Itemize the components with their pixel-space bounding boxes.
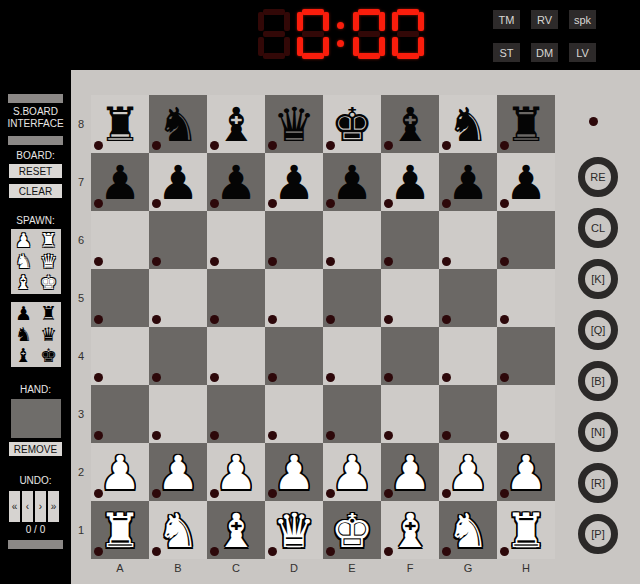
- clock-button-tm[interactable]: TM: [493, 10, 520, 29]
- square-sensor-led: [326, 373, 335, 382]
- square-g3[interactable]: [439, 385, 497, 443]
- square-a8[interactable]: ♜: [91, 95, 149, 153]
- sidebar-title-line1: S.BOARD: [0, 106, 71, 117]
- square-e8[interactable]: ♚: [323, 95, 381, 153]
- spawn-white-tray: ♟♜♞♛♝♚: [11, 229, 61, 294]
- side-button-re[interactable]: RE: [578, 157, 618, 197]
- file-label-a: A: [91, 561, 149, 576]
- divider-bar: [8, 136, 63, 145]
- clock-digit: [297, 9, 329, 59]
- square-e3[interactable]: [323, 385, 381, 443]
- square-a6[interactable]: [91, 211, 149, 269]
- square-sensor-led: [94, 141, 103, 150]
- side-button-b[interactable]: [B]: [578, 361, 618, 401]
- clock-button-spk[interactable]: spk: [569, 10, 596, 29]
- clock-colon: [336, 9, 346, 59]
- square-h8[interactable]: ♜: [497, 95, 555, 153]
- square-sensor-led: [500, 431, 509, 440]
- square-sensor-led: [442, 431, 451, 440]
- spawn-black-knight[interactable]: ♞: [11, 324, 36, 345]
- square-g1[interactable]: ♞: [439, 501, 497, 559]
- square-sensor-led: [94, 489, 103, 498]
- square-h5[interactable]: [497, 269, 555, 327]
- square-g5[interactable]: [439, 269, 497, 327]
- square-sensor-led: [268, 431, 277, 440]
- square-f4[interactable]: [381, 327, 439, 385]
- clock-digit: [353, 9, 385, 59]
- square-d4[interactable]: [265, 327, 323, 385]
- square-sensor-led: [152, 373, 161, 382]
- side-button-n[interactable]: [N]: [578, 412, 618, 452]
- board-section-label: BOARD:: [0, 150, 71, 161]
- spawn-black-tray: ♟♜♞♛♝♚: [11, 302, 61, 367]
- square-sensor-led: [268, 141, 277, 150]
- side-button-k[interactable]: [K]: [578, 259, 618, 299]
- square-f5[interactable]: [381, 269, 439, 327]
- rank-label-6: 6: [74, 211, 88, 269]
- spawn-white-bishop[interactable]: ♝: [11, 272, 36, 293]
- square-sensor-led: [500, 141, 509, 150]
- square-e6[interactable]: [323, 211, 381, 269]
- square-d2[interactable]: ♟: [265, 443, 323, 501]
- square-b3[interactable]: [149, 385, 207, 443]
- file-label-f: F: [381, 561, 439, 576]
- square-sensor-led: [384, 199, 393, 208]
- square-sensor-led: [384, 257, 393, 266]
- spawn-white-queen[interactable]: ♛: [36, 251, 61, 272]
- square-g2[interactable]: ♟: [439, 443, 497, 501]
- square-h1[interactable]: ♜: [497, 501, 555, 559]
- side-button-r[interactable]: [R]: [578, 463, 618, 503]
- square-a2[interactable]: ♟: [91, 443, 149, 501]
- rank-label-2: 2: [74, 443, 88, 501]
- square-g6[interactable]: [439, 211, 497, 269]
- square-sensor-led: [384, 373, 393, 382]
- square-sensor-led: [94, 315, 103, 324]
- square-sensor-led: [500, 373, 509, 382]
- square-e1[interactable]: ♚: [323, 501, 381, 559]
- square-sensor-led: [152, 199, 161, 208]
- square-sensor-led: [326, 199, 335, 208]
- square-sensor-led: [268, 373, 277, 382]
- square-h2[interactable]: ♟: [497, 443, 555, 501]
- file-label-h: H: [497, 561, 555, 576]
- square-sensor-led: [442, 547, 451, 556]
- undo-section-label: UNDO:: [0, 475, 71, 486]
- clock-button-rv[interactable]: RV: [531, 10, 558, 29]
- square-a4[interactable]: [91, 327, 149, 385]
- square-b5[interactable]: [149, 269, 207, 327]
- undo-controls: «‹›»: [9, 491, 59, 522]
- square-sensor-led: [442, 489, 451, 498]
- square-b7[interactable]: ♟: [149, 153, 207, 211]
- square-f7[interactable]: ♟: [381, 153, 439, 211]
- square-sensor-led: [210, 431, 219, 440]
- square-c3[interactable]: [207, 385, 265, 443]
- undo-back-button[interactable]: ‹: [22, 491, 33, 522]
- chess-board: ♜♞♝♛♚♝♞♜♟♟♟♟♟♟♟♟♟♟♟♟♟♟♟♟♜♞♝♛♚♝♞♜: [91, 95, 555, 559]
- square-sensor-led: [268, 315, 277, 324]
- square-d1[interactable]: ♛: [265, 501, 323, 559]
- square-sensor-led: [94, 431, 103, 440]
- square-sensor-led: [268, 199, 277, 208]
- square-f6[interactable]: [381, 211, 439, 269]
- square-sensor-led: [210, 547, 219, 556]
- square-f1[interactable]: ♝: [381, 501, 439, 559]
- square-sensor-led: [326, 315, 335, 324]
- square-sensor-led: [384, 547, 393, 556]
- sidebar-title-line2: INTERFACE: [0, 118, 71, 129]
- file-label-e: E: [323, 561, 381, 576]
- square-sensor-led: [384, 315, 393, 324]
- square-d5[interactable]: [265, 269, 323, 327]
- file-label-c: C: [207, 561, 265, 576]
- square-c7[interactable]: ♟: [207, 153, 265, 211]
- clock-buttons-row1: TMRVspk: [493, 10, 596, 29]
- square-sensor-led: [210, 489, 219, 498]
- rank-label-1: 1: [74, 501, 88, 559]
- square-sensor-led: [326, 489, 335, 498]
- square-sensor-led: [152, 257, 161, 266]
- square-b4[interactable]: [149, 327, 207, 385]
- square-sensor-led: [94, 373, 103, 382]
- square-d7[interactable]: ♟: [265, 153, 323, 211]
- file-label-g: G: [439, 561, 497, 576]
- rank-label-3: 3: [74, 385, 88, 443]
- square-sensor-led: [384, 141, 393, 150]
- clock-button-lv[interactable]: LV: [569, 43, 596, 62]
- square-b1[interactable]: ♞: [149, 501, 207, 559]
- square-e7[interactable]: ♟: [323, 153, 381, 211]
- square-sensor-led: [210, 141, 219, 150]
- square-sensor-led: [326, 257, 335, 266]
- game-clock-display: [258, 9, 424, 59]
- divider-bar: [8, 540, 63, 549]
- clock-buttons-row2: STDMLV: [493, 43, 596, 62]
- square-a3[interactable]: [91, 385, 149, 443]
- clock-button-st[interactable]: ST: [493, 43, 520, 62]
- undo-first-button[interactable]: «: [9, 491, 20, 522]
- square-c8[interactable]: ♝: [207, 95, 265, 153]
- file-label-d: D: [265, 561, 323, 576]
- square-sensor-led: [442, 257, 451, 266]
- spawn-black-queen[interactable]: ♛: [36, 324, 61, 345]
- square-a1[interactable]: ♜: [91, 501, 149, 559]
- square-e4[interactable]: [323, 327, 381, 385]
- rank-label-5: 5: [74, 269, 88, 327]
- spawn-section-label: SPAWN:: [0, 215, 71, 226]
- remove-button[interactable]: REMOVE: [9, 442, 62, 456]
- square-h6[interactable]: [497, 211, 555, 269]
- square-e2[interactable]: ♟: [323, 443, 381, 501]
- square-sensor-led: [152, 315, 161, 324]
- side-button-q[interactable]: [Q]: [578, 310, 618, 350]
- rank-label-4: 4: [74, 327, 88, 385]
- square-a7[interactable]: ♟: [91, 153, 149, 211]
- square-g4[interactable]: [439, 327, 497, 385]
- sidebar: S.BOARD INTERFACE BOARD: RESET CLEAR SPA…: [0, 70, 71, 584]
- undo-last-button[interactable]: »: [48, 491, 59, 522]
- square-c6[interactable]: [207, 211, 265, 269]
- square-sensor-led: [94, 257, 103, 266]
- clear-button[interactable]: CLEAR: [9, 184, 62, 198]
- square-sensor-led: [326, 547, 335, 556]
- square-sensor-led: [442, 199, 451, 208]
- square-sensor-led: [268, 257, 277, 266]
- square-d8[interactable]: ♛: [265, 95, 323, 153]
- square-sensor-led: [210, 315, 219, 324]
- hand-section-label: HAND:: [0, 384, 71, 395]
- clock-digit-ghost: [258, 9, 290, 59]
- square-sensor-led: [500, 547, 509, 556]
- square-sensor-led: [326, 431, 335, 440]
- status-led: [589, 117, 598, 126]
- square-c1[interactable]: ♝: [207, 501, 265, 559]
- square-b6[interactable]: [149, 211, 207, 269]
- square-sensor-led: [442, 315, 451, 324]
- undo-forward-button[interactable]: ›: [35, 491, 46, 522]
- square-sensor-led: [94, 199, 103, 208]
- square-sensor-led: [268, 489, 277, 498]
- square-e5[interactable]: [323, 269, 381, 327]
- square-h4[interactable]: [497, 327, 555, 385]
- square-f8[interactable]: ♝: [381, 95, 439, 153]
- hand-display-box: [11, 399, 61, 438]
- square-sensor-led: [500, 257, 509, 266]
- side-button-p[interactable]: [P]: [578, 514, 618, 554]
- spawn-white-king[interactable]: ♚: [36, 272, 61, 293]
- square-sensor-led: [210, 199, 219, 208]
- divider-bar: [8, 94, 63, 103]
- square-sensor-led: [268, 547, 277, 556]
- square-h3[interactable]: [497, 385, 555, 443]
- app-window: TMRVspk STDMLV S.BOARD INTERFACE BOARD: …: [0, 0, 640, 584]
- spawn-white-pawn[interactable]: ♟: [11, 230, 36, 251]
- square-sensor-led: [152, 431, 161, 440]
- square-sensor-led: [94, 547, 103, 556]
- square-c2[interactable]: ♟: [207, 443, 265, 501]
- spawn-black-pawn[interactable]: ♟: [11, 303, 36, 324]
- square-b8[interactable]: ♞: [149, 95, 207, 153]
- undo-counter: 0 / 0: [0, 524, 71, 535]
- square-c4[interactable]: [207, 327, 265, 385]
- square-g8[interactable]: ♞: [439, 95, 497, 153]
- rank-label-7: 7: [74, 153, 88, 211]
- square-sensor-led: [152, 141, 161, 150]
- square-sensor-led: [500, 199, 509, 208]
- square-sensor-led: [442, 373, 451, 382]
- rank-label-8: 8: [74, 95, 88, 153]
- file-label-b: B: [149, 561, 207, 576]
- square-f3[interactable]: [381, 385, 439, 443]
- square-c5[interactable]: [207, 269, 265, 327]
- square-g7[interactable]: ♟: [439, 153, 497, 211]
- spawn-black-bishop[interactable]: ♝: [11, 345, 36, 366]
- square-b2[interactable]: ♟: [149, 443, 207, 501]
- square-sensor-led: [442, 141, 451, 150]
- square-sensor-led: [500, 315, 509, 324]
- spawn-white-rook[interactable]: ♜: [36, 230, 61, 251]
- square-d6[interactable]: [265, 211, 323, 269]
- square-d3[interactable]: [265, 385, 323, 443]
- square-h7[interactable]: ♟: [497, 153, 555, 211]
- square-sensor-led: [384, 489, 393, 498]
- spawn-white-knight[interactable]: ♞: [11, 251, 36, 272]
- square-sensor-led: [326, 141, 335, 150]
- square-sensor-led: [500, 489, 509, 498]
- side-button-cl[interactable]: CL: [578, 208, 618, 248]
- square-sensor-led: [152, 489, 161, 498]
- spawn-black-rook[interactable]: ♜: [36, 303, 61, 324]
- spawn-black-king[interactable]: ♚: [36, 345, 61, 366]
- clock-digit: [392, 9, 424, 59]
- reset-button[interactable]: RESET: [9, 164, 62, 178]
- clock-button-dm[interactable]: DM: [531, 43, 558, 62]
- square-sensor-led: [384, 431, 393, 440]
- square-a5[interactable]: [91, 269, 149, 327]
- square-sensor-led: [210, 257, 219, 266]
- square-sensor-led: [210, 373, 219, 382]
- square-sensor-led: [152, 547, 161, 556]
- square-f2[interactable]: ♟: [381, 443, 439, 501]
